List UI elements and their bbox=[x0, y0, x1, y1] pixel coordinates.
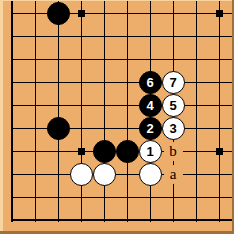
label-text: 5 bbox=[169, 99, 176, 112]
white-stone-move-3: 3 bbox=[162, 117, 185, 140]
star-point bbox=[216, 148, 223, 155]
grid-line-horizontal bbox=[11, 59, 234, 60]
black-stone bbox=[47, 117, 70, 140]
grid-line-vertical bbox=[127, 1, 128, 222]
label-text: 1 bbox=[146, 145, 153, 158]
black-stone-move-6: 6 bbox=[139, 71, 162, 94]
white-stone bbox=[70, 163, 93, 186]
board-bevel-bottom bbox=[0, 231, 234, 234]
board-bevel-left bbox=[0, 0, 3, 234]
grid-line-vertical bbox=[104, 1, 105, 222]
grid-line-horizontal bbox=[11, 82, 234, 83]
black-stone bbox=[47, 2, 70, 25]
grid-line-vertical bbox=[219, 1, 220, 222]
board-bevel-right bbox=[232, 0, 234, 234]
grid-line-horizontal bbox=[11, 219, 234, 221]
grid-line-horizontal bbox=[11, 128, 234, 129]
point-label-b: b bbox=[164, 142, 183, 161]
grid-line-vertical bbox=[11, 1, 13, 222]
white-stone bbox=[139, 163, 162, 186]
black-stone-move-4: 4 bbox=[139, 94, 162, 117]
black-stone bbox=[116, 140, 139, 163]
star-point bbox=[78, 10, 85, 17]
label-text: b bbox=[169, 144, 177, 159]
grid-line-vertical bbox=[81, 1, 82, 222]
white-stone-move-1: 1 bbox=[139, 140, 162, 163]
grid-line-vertical bbox=[196, 1, 197, 222]
grid-line-horizontal bbox=[11, 197, 234, 198]
go-board-diagram: ba2461357 bbox=[0, 0, 234, 234]
grid-line-horizontal bbox=[11, 105, 234, 106]
star-point bbox=[216, 10, 223, 17]
star-point bbox=[78, 148, 85, 155]
grid-line-vertical bbox=[35, 1, 36, 222]
black-stone bbox=[93, 140, 116, 163]
label-text: 6 bbox=[146, 76, 153, 89]
grid-line-horizontal bbox=[11, 36, 234, 37]
white-stone bbox=[93, 163, 116, 186]
grid-line-horizontal bbox=[11, 13, 234, 14]
white-stone-move-7: 7 bbox=[162, 71, 185, 94]
black-stone-move-2: 2 bbox=[139, 117, 162, 140]
label-text: 4 bbox=[146, 99, 153, 112]
label-text: a bbox=[170, 167, 177, 182]
point-label-a: a bbox=[164, 165, 183, 184]
grid-line-vertical bbox=[58, 1, 59, 222]
grid-line-horizontal bbox=[11, 174, 234, 175]
white-stone-move-5: 5 bbox=[162, 94, 185, 117]
label-text: 7 bbox=[169, 76, 176, 89]
label-text: 2 bbox=[146, 122, 153, 135]
label-text: 3 bbox=[169, 122, 176, 135]
